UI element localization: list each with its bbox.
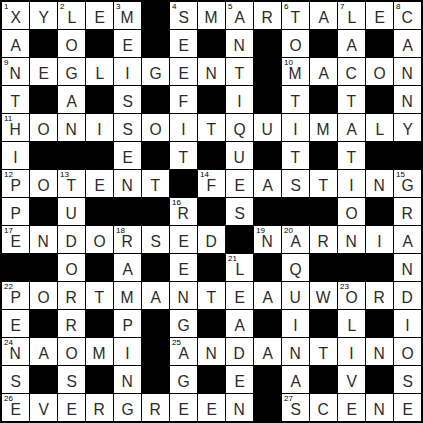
cell-letter: N	[66, 118, 77, 138]
cell-r2c7[interactable]: E	[170, 30, 197, 57]
cell-r9c14[interactable]: I	[366, 226, 393, 253]
cell-r7c4[interactable]: E	[86, 170, 113, 197]
cell-r11c13[interactable]: 23O	[338, 282, 365, 309]
block-r6c3	[58, 142, 85, 169]
cell-letter: S	[290, 398, 300, 418]
cell-letter: L	[235, 258, 244, 278]
cell-r9c2[interactable]: N	[30, 226, 57, 253]
block-r12c14	[366, 310, 393, 337]
cell-r7c1[interactable]: 12P	[2, 170, 29, 197]
cell-letter: U	[234, 146, 245, 166]
cell-r5c4[interactable]: I	[86, 114, 113, 141]
cell-letter: R	[66, 286, 77, 306]
block-r8c14	[366, 198, 393, 225]
cell-r3c4[interactable]: L	[86, 58, 113, 85]
cell-letter: A	[150, 286, 160, 306]
cell-r15c2[interactable]: V	[30, 394, 57, 421]
cell-r11c15[interactable]: D	[394, 282, 421, 309]
cell-r6c9[interactable]: U	[226, 142, 253, 169]
cell-letter: T	[319, 342, 329, 362]
cell-r5c12[interactable]: M	[310, 114, 337, 141]
cell-letter: R	[66, 314, 77, 334]
cell-r15c9[interactable]: N	[226, 394, 253, 421]
cell-letter: N	[38, 230, 49, 250]
cell-r11c11[interactable]: U	[282, 282, 309, 309]
cell-r7c6[interactable]: T	[142, 170, 169, 197]
cell-r13c1[interactable]: 24N	[2, 338, 29, 365]
cell-r9c7[interactable]: E	[170, 226, 197, 253]
cell-letter: R	[374, 286, 385, 306]
cell-r11c2[interactable]: O	[30, 282, 57, 309]
cell-letter: A	[262, 174, 272, 194]
cell-letter: N	[402, 258, 413, 278]
cell-r1c7[interactable]: 4S	[170, 2, 197, 29]
cell-letter: T	[347, 146, 357, 166]
cell-letter: V	[38, 398, 48, 418]
cell-r5c9[interactable]: Q	[226, 114, 253, 141]
cell-letter: N	[122, 174, 133, 194]
cell-letter: I	[13, 146, 17, 166]
cell-letter: E	[122, 34, 132, 54]
block-r9c9	[226, 226, 253, 253]
block-r1c6	[142, 2, 169, 29]
cell-r11c1[interactable]: 22P	[2, 282, 29, 309]
cell-letter: L	[347, 6, 356, 26]
cell-r9c4[interactable]: O	[86, 226, 113, 253]
cell-r7c13[interactable]: I	[338, 170, 365, 197]
cell-r7c3[interactable]: 13T	[58, 170, 85, 197]
cell-r2c1[interactable]: A	[2, 30, 29, 57]
cell-r6c5[interactable]: E	[114, 142, 141, 169]
cell-r11c3[interactable]: R	[58, 282, 85, 309]
cell-letter: G	[121, 398, 133, 418]
cell-r2c13[interactable]: A	[338, 30, 365, 57]
cell-r9c15[interactable]: A	[394, 226, 421, 253]
cell-letter: N	[290, 342, 301, 362]
clue-number-8: 8	[396, 2, 400, 12]
block-r10c1	[2, 254, 29, 281]
cell-letter: S	[122, 90, 132, 110]
cell-r13c8[interactable]: N	[198, 338, 225, 365]
cell-letter: O	[37, 286, 49, 306]
cell-r2c9[interactable]: N	[226, 30, 253, 57]
cell-r15c13[interactable]: E	[338, 394, 365, 421]
cell-r1c12[interactable]: A	[310, 2, 337, 29]
cell-r8c13[interactable]: O	[338, 198, 365, 225]
cell-r13c4[interactable]: M	[86, 338, 113, 365]
cell-r9c6[interactable]: S	[142, 226, 169, 253]
cell-r6c7[interactable]: T	[170, 142, 197, 169]
clue-number-1: 1	[4, 2, 8, 12]
cell-r1c8[interactable]: M	[198, 2, 225, 29]
cell-r6c1[interactable]: I	[2, 142, 29, 169]
cell-r11c6[interactable]: A	[142, 282, 169, 309]
cell-r5c2[interactable]: O	[30, 114, 57, 141]
cell-r12c3[interactable]: R	[58, 310, 85, 337]
cell-r9c5[interactable]: 18R	[114, 226, 141, 253]
cell-letter: D	[234, 342, 245, 362]
cell-r11c12[interactable]: W	[310, 282, 337, 309]
cell-letter: O	[373, 62, 385, 82]
cell-r7c12[interactable]: T	[310, 170, 337, 197]
cell-letter: E	[234, 286, 244, 306]
cell-r11c5[interactable]: M	[114, 282, 141, 309]
cell-letter: A	[290, 370, 300, 390]
cell-r12c11[interactable]: I	[282, 310, 309, 337]
cell-r10c5[interactable]: A	[114, 254, 141, 281]
cell-r14c13[interactable]: V	[338, 366, 365, 393]
cell-letter: A	[346, 118, 356, 138]
cell-letter: M	[205, 6, 218, 26]
cell-r2c15[interactable]: A	[394, 30, 421, 57]
cell-r15c7[interactable]: E	[170, 394, 197, 421]
cell-r11c10[interactable]: A	[254, 282, 281, 309]
cell-r7c11[interactable]: S	[282, 170, 309, 197]
cell-r1c1[interactable]: 1X	[2, 2, 29, 29]
block-r6c6	[142, 142, 169, 169]
cell-r1c9[interactable]: 5A	[226, 2, 253, 29]
cell-r4c3[interactable]: A	[58, 86, 85, 113]
block-r14c12	[310, 366, 337, 393]
cell-r6c11[interactable]: T	[282, 142, 309, 169]
cell-letter: A	[290, 230, 300, 250]
cell-r3c9[interactable]: T	[226, 58, 253, 85]
cell-r7c8[interactable]: 14F	[198, 170, 225, 197]
cell-r15c1[interactable]: 26E	[2, 394, 29, 421]
cell-r5c7[interactable]: I	[170, 114, 197, 141]
cell-letter: U	[290, 286, 301, 306]
cell-r10c9[interactable]: 21L	[226, 254, 253, 281]
clue-number-4: 4	[172, 2, 176, 12]
cell-r15c14[interactable]: N	[366, 394, 393, 421]
cell-letter: M	[289, 62, 302, 82]
cell-letter: A	[234, 6, 244, 26]
cell-r15c6[interactable]: R	[142, 394, 169, 421]
cell-r14c5[interactable]: N	[114, 366, 141, 393]
cell-r1c14[interactable]: E	[366, 2, 393, 29]
cell-r13c12[interactable]: T	[310, 338, 337, 365]
cell-letter: E	[122, 146, 132, 166]
cell-r14c9[interactable]: E	[226, 366, 253, 393]
block-r6c8	[198, 142, 225, 169]
block-r12c8	[198, 310, 225, 337]
cell-r4c15[interactable]: N	[394, 86, 421, 113]
cell-letter: E	[402, 398, 412, 418]
cell-letter: E	[206, 398, 216, 418]
clue-number-9: 9	[4, 58, 8, 68]
cell-r5c13[interactable]: A	[338, 114, 365, 141]
cell-r13c7[interactable]: 25A	[170, 338, 197, 365]
cell-r5c8[interactable]: T	[198, 114, 225, 141]
cell-r3c3[interactable]: G	[58, 58, 85, 85]
cell-letter: N	[374, 398, 385, 418]
cell-letter: I	[293, 118, 297, 138]
cell-letter: O	[65, 258, 77, 278]
cell-letter: X	[10, 6, 20, 26]
cell-r14c15[interactable]: S	[394, 366, 421, 393]
cell-r11c7[interactable]: N	[170, 282, 197, 309]
cell-letter: E	[10, 314, 20, 334]
cell-r13c9[interactable]: D	[226, 338, 253, 365]
cell-r8c3[interactable]: U	[58, 198, 85, 225]
clue-number-2: 2	[60, 2, 64, 12]
cell-letter: I	[181, 118, 185, 138]
cell-r4c1[interactable]: T	[2, 86, 29, 113]
cell-r5c10[interactable]: U	[254, 114, 281, 141]
cell-letter: P	[10, 202, 20, 222]
cell-r4c9[interactable]: I	[226, 86, 253, 113]
cell-letter: N	[178, 286, 189, 306]
cell-r5c15[interactable]: Y	[394, 114, 421, 141]
block-r6c4	[86, 142, 113, 169]
cell-r11c8[interactable]: T	[198, 282, 225, 309]
cell-letter: S	[122, 118, 132, 138]
cell-r4c5[interactable]: S	[114, 86, 141, 113]
cell-letter: N	[234, 398, 245, 418]
cell-r4c13[interactable]: T	[338, 86, 365, 113]
cell-r3c15[interactable]: N	[394, 58, 421, 85]
cell-letter: R	[402, 202, 413, 222]
cell-r7c9[interactable]: E	[226, 170, 253, 197]
block-r8c11	[282, 198, 309, 225]
cell-r7c2[interactable]: O	[30, 170, 57, 197]
cell-r8c9[interactable]: S	[226, 198, 253, 225]
cell-r3c13[interactable]: C	[338, 58, 365, 85]
cell-r14c7[interactable]: G	[170, 366, 197, 393]
cell-r3c6[interactable]: G	[142, 58, 169, 85]
cell-r5c3[interactable]: N	[58, 114, 85, 141]
cell-r14c1[interactable]: S	[2, 366, 29, 393]
cell-letter: E	[178, 230, 188, 250]
cell-letter: E	[346, 398, 356, 418]
cell-r3c11[interactable]: 10M	[282, 58, 309, 85]
cell-r3c14[interactable]: O	[366, 58, 393, 85]
cell-letter: E	[94, 174, 104, 194]
cell-letter: F	[207, 174, 217, 194]
block-r6c10	[254, 142, 281, 169]
cell-r1c4[interactable]: E	[86, 2, 113, 29]
block-r8c12	[310, 198, 337, 225]
block-r6c2	[30, 142, 57, 169]
cell-letter: G	[65, 62, 77, 82]
block-r4c12	[310, 86, 337, 113]
cell-r1c5[interactable]: 3M	[114, 2, 141, 29]
cell-r10c7[interactable]: E	[170, 254, 197, 281]
cell-letter: Y	[402, 118, 412, 138]
cell-r8c15[interactable]: R	[394, 198, 421, 225]
cell-r3c1[interactable]: 9N	[2, 58, 29, 85]
cell-r9c3[interactable]: D	[58, 226, 85, 253]
cell-r1c11[interactable]: 6T	[282, 2, 309, 29]
cell-r9c13[interactable]: N	[338, 226, 365, 253]
cell-r12c9[interactable]: A	[226, 310, 253, 337]
cell-letter: A	[10, 34, 20, 54]
cell-r9c11[interactable]: 20A	[282, 226, 309, 253]
cell-r9c8[interactable]: D	[198, 226, 225, 253]
cell-r10c15[interactable]: N	[394, 254, 421, 281]
cell-letter: R	[262, 6, 273, 26]
cell-letter: S	[10, 370, 20, 390]
cell-r7c14[interactable]: N	[366, 170, 393, 197]
cell-r1c3[interactable]: 2L	[58, 2, 85, 29]
cell-r2c11[interactable]: O	[282, 30, 309, 57]
cell-letter: Q	[233, 118, 245, 138]
cell-r13c14[interactable]: N	[366, 338, 393, 365]
clue-number-6: 6	[284, 2, 288, 12]
cell-r11c4[interactable]: T	[86, 282, 113, 309]
cell-r5c6[interactable]: O	[142, 114, 169, 141]
cell-r3c7[interactable]: E	[170, 58, 197, 85]
cell-letter: E	[66, 398, 76, 418]
cell-r4c7[interactable]: F	[170, 86, 197, 113]
cell-r5c11[interactable]: I	[282, 114, 309, 141]
cell-letter: T	[291, 6, 301, 26]
cell-letter: I	[349, 174, 353, 194]
cell-r5c14[interactable]: L	[366, 114, 393, 141]
block-r2c2	[30, 30, 57, 57]
cell-letter: A	[402, 230, 412, 250]
block-r8c4	[86, 198, 113, 225]
cell-letter: T	[319, 174, 329, 194]
cell-r12c13[interactable]: L	[338, 310, 365, 337]
cell-letter: G	[177, 370, 189, 390]
cell-letter: O	[37, 118, 49, 138]
cell-r15c3[interactable]: E	[58, 394, 85, 421]
cell-r7c5[interactable]: N	[114, 170, 141, 197]
cell-r12c15[interactable]: I	[394, 310, 421, 337]
cell-r3c8[interactable]: N	[198, 58, 225, 85]
cell-r10c3[interactable]: O	[58, 254, 85, 281]
cell-r2c5[interactable]: E	[114, 30, 141, 57]
cell-letter: I	[97, 118, 101, 138]
cell-r15c4[interactable]: R	[86, 394, 113, 421]
cell-r5c5[interactable]: S	[114, 114, 141, 141]
cell-letter: O	[289, 34, 301, 54]
cell-letter: T	[151, 174, 161, 194]
cell-letter: T	[11, 90, 21, 110]
block-r2c12	[310, 30, 337, 57]
cell-letter: N	[10, 62, 21, 82]
cell-r5c1[interactable]: 11H	[2, 114, 29, 141]
cell-letter: E	[10, 398, 20, 418]
cell-r9c12[interactable]: R	[310, 226, 337, 253]
cell-letter: C	[402, 6, 413, 26]
block-r2c14	[366, 30, 393, 57]
cell-r3c2[interactable]: E	[30, 58, 57, 85]
cell-r11c14[interactable]: R	[366, 282, 393, 309]
block-r13c6	[142, 338, 169, 365]
cell-letter: E	[178, 62, 188, 82]
cell-letter: P	[10, 174, 20, 194]
cell-letter: T	[95, 286, 105, 306]
cell-r1c2[interactable]: Y	[30, 2, 57, 29]
cell-r8c1[interactable]: P	[2, 198, 29, 225]
cell-r13c2[interactable]: A	[30, 338, 57, 365]
cell-r8c7[interactable]: 16R	[170, 198, 197, 225]
block-r4c2	[30, 86, 57, 113]
cell-letter: T	[291, 90, 301, 110]
cell-r7c10[interactable]: A	[254, 170, 281, 197]
block-r10c14	[366, 254, 393, 281]
cell-r4c11[interactable]: T	[282, 86, 309, 113]
cell-r13c15[interactable]: O	[394, 338, 421, 365]
block-r14c4	[86, 366, 113, 393]
cell-r12c5[interactable]: P	[114, 310, 141, 337]
cell-r14c3[interactable]: S	[58, 366, 85, 393]
cell-letter: E	[234, 174, 244, 194]
cell-r9c10[interactable]: 19N	[254, 226, 281, 253]
cell-letter: A	[66, 90, 76, 110]
cell-letter: O	[345, 286, 357, 306]
cell-r10c11[interactable]: Q	[282, 254, 309, 281]
cell-letter: R	[122, 230, 133, 250]
cell-letter: L	[95, 62, 104, 82]
cell-r11c9[interactable]: E	[226, 282, 253, 309]
cell-letter: C	[318, 398, 329, 418]
cell-letter: D	[206, 230, 217, 250]
cell-letter: L	[347, 314, 356, 334]
cell-r6c13[interactable]: T	[338, 142, 365, 169]
cell-r1c10[interactable]: R	[254, 2, 281, 29]
cell-letter: N	[374, 342, 385, 362]
cell-r15c15[interactable]: E	[394, 394, 421, 421]
block-r10c4	[86, 254, 113, 281]
cell-letter: U	[66, 202, 77, 222]
cell-r1c13[interactable]: 7L	[338, 2, 365, 29]
cell-r3c12[interactable]: A	[310, 58, 337, 85]
cell-r13c3[interactable]: O	[58, 338, 85, 365]
cell-r15c11[interactable]: 27S	[282, 394, 309, 421]
cell-r12c7[interactable]: G	[170, 310, 197, 337]
cell-r3c5[interactable]: I	[114, 58, 141, 85]
cell-r13c13[interactable]: I	[338, 338, 365, 365]
cell-r13c5[interactable]: I	[114, 338, 141, 365]
block-r4c8	[198, 86, 225, 113]
cell-letter: O	[401, 342, 413, 362]
cell-letter: N	[122, 370, 133, 390]
cell-r15c12[interactable]: C	[310, 394, 337, 421]
block-r8c6	[142, 198, 169, 225]
cell-letter: N	[206, 62, 217, 82]
cell-letter: T	[179, 146, 189, 166]
block-r14c8	[198, 366, 225, 393]
cell-r13c10[interactable]: A	[254, 338, 281, 365]
cell-letter: N	[206, 342, 217, 362]
cell-letter: P	[10, 286, 20, 306]
cell-letter: O	[149, 118, 161, 138]
cell-r7c15[interactable]: 15G	[394, 170, 421, 197]
cell-r14c11[interactable]: A	[282, 366, 309, 393]
cell-r9c1[interactable]: 17E	[2, 226, 29, 253]
cell-r1c15[interactable]: 8C	[394, 2, 421, 29]
block-r12c2	[30, 310, 57, 337]
cell-r13c11[interactable]: N	[282, 338, 309, 365]
cell-r15c8[interactable]: E	[198, 394, 225, 421]
cell-letter: A	[122, 258, 132, 278]
cell-letter: M	[93, 342, 106, 362]
cell-letter: A	[346, 34, 356, 54]
cell-letter: A	[262, 342, 272, 362]
cell-letter: L	[67, 6, 76, 26]
block-r10c2	[30, 254, 57, 281]
cell-r12c1[interactable]: E	[2, 310, 29, 337]
cell-r15c5[interactable]: G	[114, 394, 141, 421]
block-r12c4	[86, 310, 113, 337]
cell-letter: N	[402, 62, 413, 82]
cell-letter: O	[93, 230, 105, 250]
cell-r2c3[interactable]: O	[58, 30, 85, 57]
cell-letter: R	[318, 230, 329, 250]
